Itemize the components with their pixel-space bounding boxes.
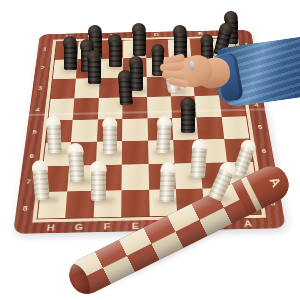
- piece-body: [156, 125, 171, 154]
- black-piece-f2: [109, 34, 122, 67]
- piece-body: [47, 125, 62, 154]
- file-label-f: F: [93, 221, 121, 232]
- piece-body: [109, 42, 122, 67]
- square-e5: [122, 118, 147, 141]
- white-piece-g7: [67, 143, 85, 183]
- white-piece-h8: [31, 159, 49, 200]
- white-piece-d6: [156, 116, 172, 154]
- white-piece-f6: [103, 117, 117, 154]
- piece-body: [118, 78, 133, 105]
- piece-body: [190, 148, 207, 179]
- square-e7: [122, 164, 149, 190]
- piece-body: [88, 58, 101, 84]
- square-e8: [121, 189, 149, 216]
- square-a5: [221, 116, 249, 139]
- file-label-h: H: [36, 222, 65, 234]
- black-piece-h2: [64, 36, 77, 70]
- piece-body: [181, 106, 195, 133]
- square-e6: [122, 140, 148, 164]
- white-piece-h6: [46, 116, 62, 154]
- square-h3: [51, 78, 77, 99]
- file-label-g: G: [64, 221, 93, 233]
- square-g5: [71, 119, 97, 142]
- white-piece-d8: [159, 162, 176, 203]
- piece-body: [133, 31, 146, 56]
- square-g4: [73, 98, 99, 120]
- chess-set-product-photo: HGFEDCBA 12345678 12345678 HGFEDCBA A: [0, 0, 300, 300]
- white-piece-f8: [91, 161, 106, 201]
- black-piece-g3: [88, 50, 101, 84]
- piece-body: [64, 44, 77, 70]
- black-piece-c5: [181, 97, 195, 133]
- piece-body: [159, 171, 176, 202]
- white-piece-c7: [190, 139, 208, 179]
- square-b5: [197, 117, 224, 140]
- piece-body: [103, 126, 117, 154]
- black-piece-e1: [133, 23, 146, 56]
- black-piece-e4: [117, 70, 132, 106]
- piece-body: [32, 169, 50, 201]
- piece-body: [67, 152, 84, 183]
- piece-body: [91, 171, 106, 201]
- square-b4: [195, 95, 222, 117]
